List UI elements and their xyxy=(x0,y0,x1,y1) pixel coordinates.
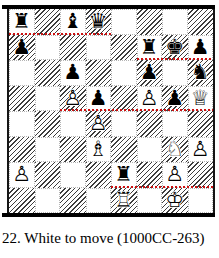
square-d1[interactable] xyxy=(86,188,112,214)
square-a3[interactable] xyxy=(9,137,35,163)
square-h4[interactable] xyxy=(188,111,214,137)
square-b3[interactable] xyxy=(35,137,61,163)
square-g8[interactable] xyxy=(162,9,188,35)
piece-black-pawn: ♟♟ xyxy=(9,35,35,61)
piece-white-rook: ♜♖ xyxy=(111,188,137,214)
piece-white-pawn: ♟♙ xyxy=(137,86,163,112)
square-g6[interactable] xyxy=(162,60,188,86)
square-e2[interactable]: ♜♜ xyxy=(111,162,137,188)
piece-white-pawn: ♟♙ xyxy=(162,162,188,188)
square-c8[interactable]: ♝♝ xyxy=(60,9,86,35)
square-h6[interactable]: ♞♞ xyxy=(188,60,214,86)
piece-black-pawn: ♟♟ xyxy=(60,60,86,86)
piece-glyph: ♗ xyxy=(86,137,112,163)
square-f2[interactable] xyxy=(137,162,163,188)
square-e1[interactable]: ♜♖ xyxy=(111,188,137,214)
square-c1[interactable] xyxy=(60,188,86,214)
square-d4[interactable]: ♟♙ xyxy=(86,111,112,137)
piece-white-knight: ♞♘ xyxy=(162,137,188,163)
piece-glyph: ♙ xyxy=(162,162,188,188)
red-squiggle-artifact xyxy=(60,109,213,111)
red-squiggle-artifact xyxy=(111,186,213,188)
square-d2[interactable] xyxy=(86,162,112,188)
piece-glyph: ♟ xyxy=(188,35,214,61)
square-e4[interactable] xyxy=(111,111,137,137)
square-g4[interactable] xyxy=(162,111,188,137)
square-c7[interactable] xyxy=(60,35,86,61)
piece-glyph: ♚ xyxy=(162,35,188,61)
piece-glyph: ♙ xyxy=(60,86,86,112)
square-a6[interactable] xyxy=(9,60,35,86)
square-f1[interactable] xyxy=(137,188,163,214)
square-a7[interactable]: ♟♟ xyxy=(9,35,35,61)
piece-black-king: ♚♚ xyxy=(162,35,188,61)
square-h3[interactable]: ♟♙ xyxy=(188,137,214,163)
square-d3[interactable]: ♝♗ xyxy=(86,137,112,163)
chess-diagram: ♜♜♝♝♛♛♟♟♜♜♚♚♟♟♟♟♟♟♞♞♟♙♟♟♟♙♟♟♛♕♟♙♝♗♞♘♟♙♟♙… xyxy=(7,5,211,217)
piece-glyph: ♙ xyxy=(9,162,35,188)
piece-white-queen: ♛♕ xyxy=(188,86,214,112)
square-g5[interactable]: ♟♟ xyxy=(162,86,188,112)
piece-glyph: ♖ xyxy=(111,188,137,214)
square-a8[interactable]: ♜♜ xyxy=(9,9,35,35)
square-d7[interactable] xyxy=(86,35,112,61)
piece-black-pawn: ♟♟ xyxy=(188,35,214,61)
piece-black-pawn: ♟♟ xyxy=(86,86,112,112)
square-a5[interactable] xyxy=(9,86,35,112)
square-h5[interactable]: ♛♕ xyxy=(188,86,214,112)
piece-white-bishop: ♝♗ xyxy=(86,137,112,163)
piece-glyph: ♙ xyxy=(86,111,112,137)
square-f6[interactable]: ♟♟ xyxy=(137,60,163,86)
square-b1[interactable] xyxy=(35,188,61,214)
piece-white-pawn: ♟♙ xyxy=(60,86,86,112)
piece-glyph: ♞ xyxy=(188,60,214,86)
piece-black-rook: ♜♜ xyxy=(137,35,163,61)
piece-glyph: ♜ xyxy=(111,162,137,188)
square-e3[interactable] xyxy=(111,137,137,163)
piece-glyph: ♙ xyxy=(188,137,214,163)
square-b4[interactable] xyxy=(35,111,61,137)
square-g1[interactable]: ♚♔ xyxy=(162,188,188,214)
piece-white-king: ♚♔ xyxy=(162,188,188,214)
square-b6[interactable] xyxy=(35,60,61,86)
piece-black-queen: ♛♛ xyxy=(86,9,112,35)
square-f8[interactable] xyxy=(137,9,163,35)
square-a4[interactable] xyxy=(9,111,35,137)
piece-glyph: ♛ xyxy=(86,9,112,35)
piece-glyph: ♝ xyxy=(60,9,86,35)
square-b2[interactable] xyxy=(35,162,61,188)
chess-board[interactable]: ♜♜♝♝♛♛♟♟♜♜♚♚♟♟♟♟♟♟♞♞♟♙♟♟♟♙♟♟♛♕♟♙♝♗♞♘♟♙♟♙… xyxy=(7,9,215,213)
piece-black-rook: ♜♜ xyxy=(111,162,137,188)
square-d5[interactable]: ♟♟ xyxy=(86,86,112,112)
piece-glyph: ♟ xyxy=(162,86,188,112)
piece-glyph: ♟ xyxy=(137,60,163,86)
square-e6[interactable] xyxy=(111,60,137,86)
square-b5[interactable] xyxy=(35,86,61,112)
square-e5[interactable] xyxy=(111,86,137,112)
square-f3[interactable] xyxy=(137,137,163,163)
piece-black-rook: ♜♜ xyxy=(9,9,35,35)
square-b8[interactable] xyxy=(35,9,61,35)
square-c3[interactable] xyxy=(60,137,86,163)
piece-black-bishop: ♝♝ xyxy=(60,9,86,35)
piece-glyph: ♟ xyxy=(60,60,86,86)
square-f4[interactable] xyxy=(137,111,163,137)
red-squiggle-artifact xyxy=(9,33,111,35)
square-e8[interactable] xyxy=(111,9,137,35)
square-d8[interactable]: ♛♛ xyxy=(86,9,112,35)
square-b7[interactable] xyxy=(35,35,61,61)
red-squiggle-artifact xyxy=(137,58,214,60)
diagram-caption: 22. White to move (1000CC-263) xyxy=(2,230,219,247)
piece-black-pawn: ♟♟ xyxy=(137,60,163,86)
square-c6[interactable]: ♟♟ xyxy=(60,60,86,86)
piece-black-knight: ♞♞ xyxy=(188,60,214,86)
square-f7[interactable]: ♜♜ xyxy=(137,35,163,61)
piece-glyph: ♟ xyxy=(9,35,35,61)
square-h1[interactable] xyxy=(188,188,214,214)
piece-black-pawn: ♟♟ xyxy=(162,86,188,112)
square-g2[interactable]: ♟♙ xyxy=(162,162,188,188)
piece-glyph: ♘ xyxy=(162,137,188,163)
piece-glyph: ♟ xyxy=(86,86,112,112)
square-h8[interactable] xyxy=(188,9,214,35)
square-d6[interactable] xyxy=(86,60,112,86)
square-c4[interactable] xyxy=(60,111,86,137)
square-h7[interactable]: ♟♟ xyxy=(188,35,214,61)
page: { "game": "chess", "position": "r1bq4/p4… xyxy=(0,0,219,258)
square-g7[interactable]: ♚♚ xyxy=(162,35,188,61)
piece-white-pawn: ♟♙ xyxy=(86,111,112,137)
piece-glyph: ♕ xyxy=(188,86,214,112)
piece-glyph: ♙ xyxy=(137,86,163,112)
piece-glyph: ♜ xyxy=(9,9,35,35)
piece-white-pawn: ♟♙ xyxy=(188,137,214,163)
square-c2[interactable] xyxy=(60,162,86,188)
piece-glyph: ♔ xyxy=(162,188,188,214)
square-f5[interactable]: ♟♙ xyxy=(137,86,163,112)
square-g3[interactable]: ♞♘ xyxy=(162,137,188,163)
square-e7[interactable] xyxy=(111,35,137,61)
square-h2[interactable] xyxy=(188,162,214,188)
square-a2[interactable]: ♟♙ xyxy=(9,162,35,188)
square-c5[interactable]: ♟♙ xyxy=(60,86,86,112)
board-bottom-border xyxy=(2,213,215,217)
piece-glyph: ♜ xyxy=(137,35,163,61)
piece-white-pawn: ♟♙ xyxy=(9,162,35,188)
square-a1[interactable] xyxy=(9,188,35,214)
